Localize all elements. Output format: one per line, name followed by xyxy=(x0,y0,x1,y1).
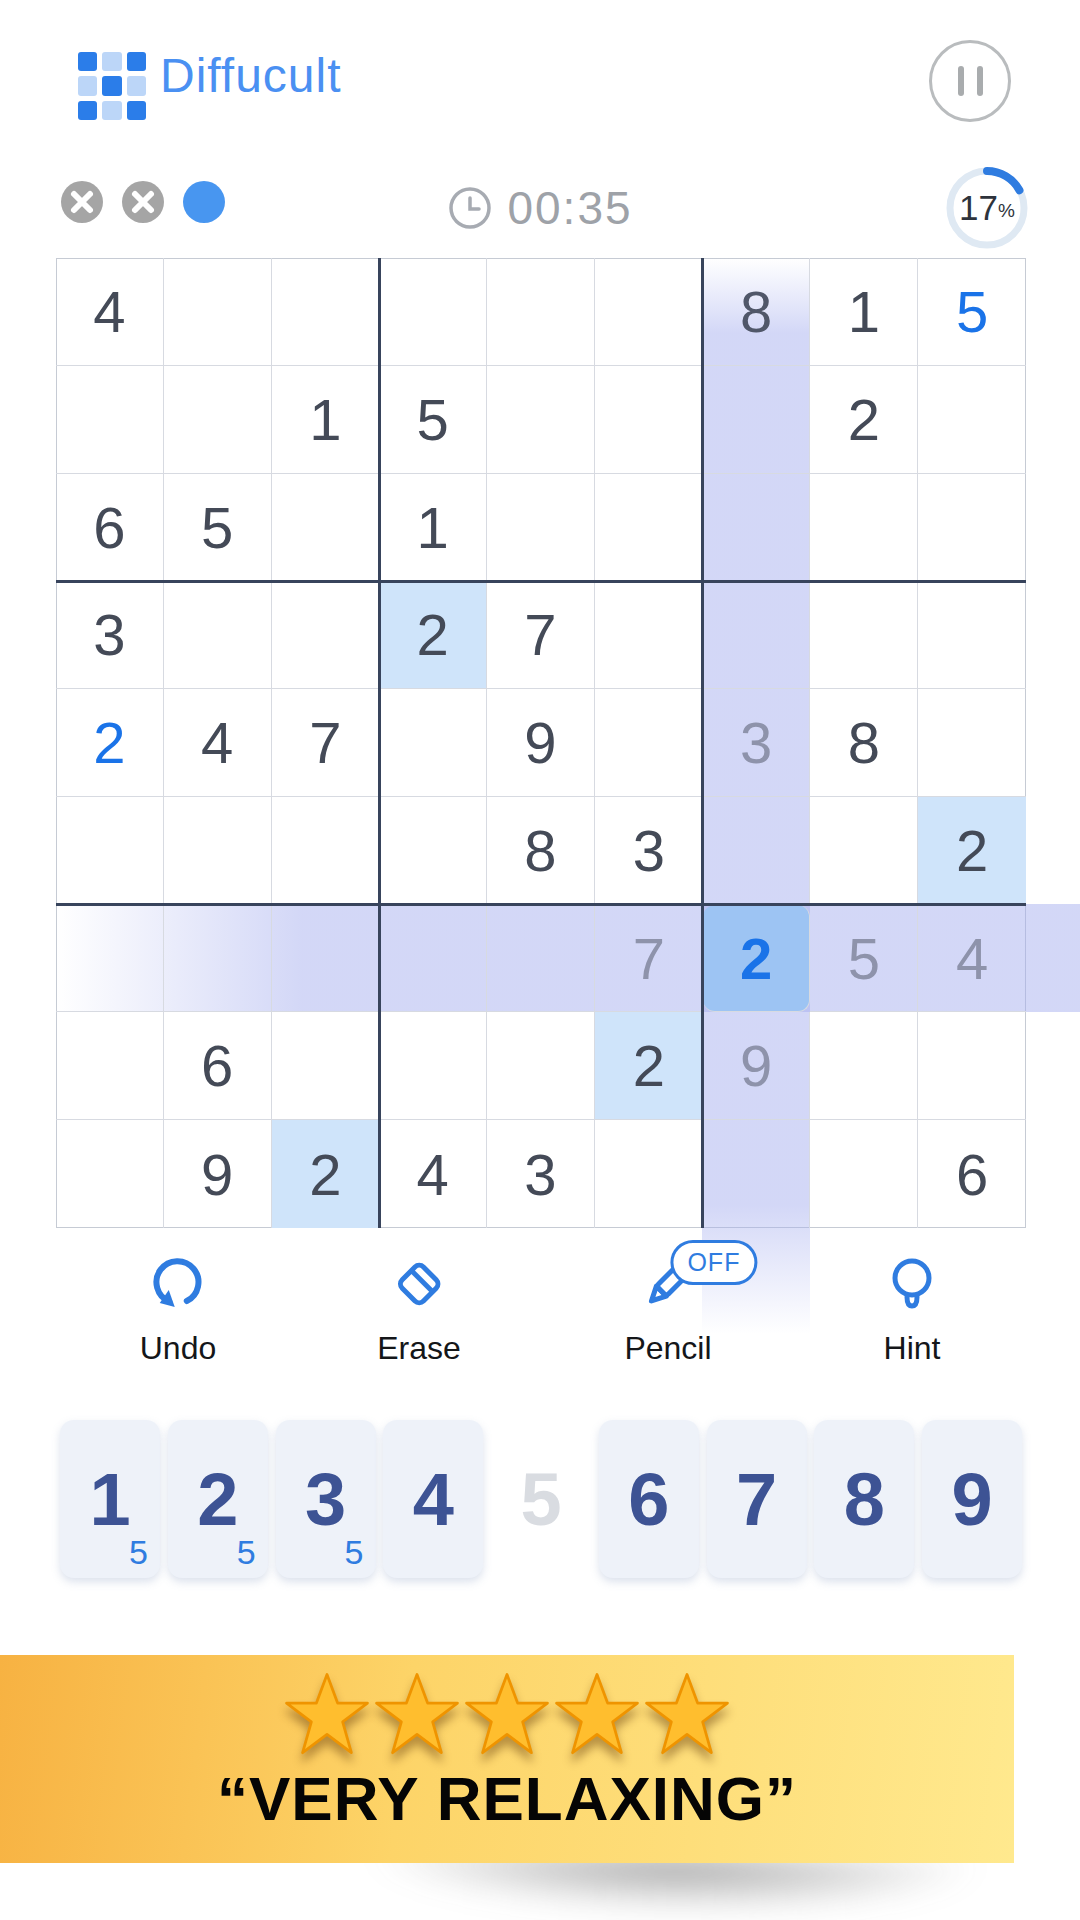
cell-r2c4[interactable]: 5 xyxy=(379,366,487,474)
erase-button[interactable]: Erase xyxy=(377,1252,461,1367)
cell-r5c7[interactable]: 3 xyxy=(703,689,811,797)
cell-r5c6[interactable] xyxy=(595,689,703,797)
cell-r3c4[interactable]: 1 xyxy=(379,474,487,582)
cell-r7c3[interactable] xyxy=(272,905,380,1013)
cell-r2c7[interactable] xyxy=(703,366,811,474)
cell-r7c5[interactable] xyxy=(487,905,595,1013)
pause-icon xyxy=(977,66,983,96)
pause-button[interactable] xyxy=(929,40,1011,122)
cell-r7c2[interactable] xyxy=(164,905,272,1013)
numpad-digit: 5 xyxy=(520,1457,561,1542)
sudoku-app-screen: Diffucult 00:35 17% 481515265132 xyxy=(0,0,1080,1920)
cell-r4c3[interactable] xyxy=(272,581,380,689)
numpad-key-5: 5 xyxy=(491,1420,591,1578)
cell-r4c5[interactable]: 7 xyxy=(487,581,595,689)
remaining-count-badge: 5 xyxy=(237,1533,256,1572)
cell-r1c1[interactable]: 4 xyxy=(56,258,164,366)
cell-r3c8[interactable] xyxy=(810,474,918,582)
cell-r2c9[interactable] xyxy=(918,366,1026,474)
cell-r6c1[interactable] xyxy=(56,797,164,905)
cell-r9c3[interactable]: 2 xyxy=(272,1120,380,1228)
cell-r9c2[interactable]: 9 xyxy=(164,1120,272,1228)
cell-r9c5[interactable]: 3 xyxy=(487,1120,595,1228)
cell-r1c9[interactable]: 5 xyxy=(918,258,1026,366)
cell-r9c1[interactable] xyxy=(56,1120,164,1228)
cell-r2c3[interactable]: 1 xyxy=(272,366,380,474)
remaining-count-badge: 5 xyxy=(345,1533,364,1572)
cell-r1c4[interactable] xyxy=(379,258,487,366)
star-icon xyxy=(281,1669,373,1761)
numpad-digit: 7 xyxy=(736,1457,777,1542)
review-quote: “VERY RELAXING” xyxy=(217,1763,797,1834)
cell-r2c2[interactable] xyxy=(164,366,272,474)
cell-r9c8[interactable] xyxy=(810,1120,918,1228)
cell-r1c8[interactable]: 1 xyxy=(810,258,918,366)
rating-stars xyxy=(282,1669,732,1761)
numpad-digit: 6 xyxy=(628,1457,669,1542)
hint-label: Hint xyxy=(884,1330,941,1367)
cell-r5c4[interactable] xyxy=(379,689,487,797)
cell-r9c4[interactable]: 4 xyxy=(379,1120,487,1228)
undo-label: Undo xyxy=(140,1330,217,1367)
timer: 00:35 xyxy=(0,181,1080,235)
numpad-key-4[interactable]: 4 xyxy=(383,1420,483,1578)
cell-r6c9[interactable]: 2 xyxy=(918,797,1026,905)
cell-r4c1[interactable]: 3 xyxy=(56,581,164,689)
star-icon xyxy=(371,1669,463,1761)
numpad-digit: 8 xyxy=(844,1457,885,1542)
cell-r7c9[interactable]: 4 xyxy=(918,905,1026,1013)
cell-r6c8[interactable] xyxy=(810,797,918,905)
numpad-digit: 2 xyxy=(197,1457,238,1542)
box-divider-vertical xyxy=(701,258,705,1228)
star-icon xyxy=(641,1669,733,1761)
cell-r6c7[interactable] xyxy=(703,797,811,905)
numpad-digit: 9 xyxy=(951,1457,992,1542)
cell-r7c6[interactable]: 7 xyxy=(595,905,703,1013)
hint-button[interactable]: Hint xyxy=(880,1252,944,1367)
timer-value: 00:35 xyxy=(507,181,632,235)
star-icon xyxy=(461,1669,553,1761)
cell-r2c1[interactable] xyxy=(56,366,164,474)
pencil-label: Pencil xyxy=(624,1330,711,1367)
numpad-key-8[interactable]: 8 xyxy=(814,1420,914,1578)
app-logo xyxy=(78,52,146,120)
cell-r3c2[interactable]: 5 xyxy=(164,474,272,582)
pencil-off-badge: OFF xyxy=(670,1240,757,1285)
cell-r8c3[interactable] xyxy=(272,1012,380,1120)
erase-icon xyxy=(387,1252,451,1316)
cell-r1c5[interactable] xyxy=(487,258,595,366)
cell-r7c4[interactable] xyxy=(379,905,487,1013)
cell-r3c3[interactable] xyxy=(272,474,380,582)
progress-unit: % xyxy=(998,200,1015,222)
cell-r8c8[interactable] xyxy=(810,1012,918,1120)
rating-banner: “VERY RELAXING” xyxy=(0,1655,1014,1863)
cell-r7c7[interactable]: 2 xyxy=(703,905,811,1013)
cell-r6c3[interactable] xyxy=(272,797,380,905)
cell-r2c6[interactable] xyxy=(595,366,703,474)
numpad-digit: 1 xyxy=(89,1457,130,1542)
numpad-digit: 4 xyxy=(413,1457,454,1542)
cell-r5c8[interactable]: 8 xyxy=(810,689,918,797)
sudoku-grid: 4815152651327247938832725462992436 xyxy=(56,258,1026,1228)
number-pad: 152535456789 xyxy=(60,1420,1022,1578)
cell-r3c9[interactable] xyxy=(918,474,1026,582)
cell-r6c2[interactable] xyxy=(164,797,272,905)
clock-icon xyxy=(447,185,493,231)
erase-label: Erase xyxy=(377,1330,461,1367)
cell-r5c5[interactable]: 9 xyxy=(487,689,595,797)
numpad-key-2[interactable]: 25 xyxy=(168,1420,268,1578)
hint-icon xyxy=(880,1252,944,1316)
cell-r2c5[interactable] xyxy=(487,366,595,474)
cell-r9c7[interactable] xyxy=(703,1120,811,1228)
cell-r5c9[interactable] xyxy=(918,689,1026,797)
numpad-key-9[interactable]: 9 xyxy=(922,1420,1022,1578)
cell-r6c6[interactable]: 3 xyxy=(595,797,703,905)
cell-r6c4[interactable] xyxy=(379,797,487,905)
toolbar: Undo Erase OFF Pencil xyxy=(0,1252,1080,1392)
cell-r1c7[interactable]: 8 xyxy=(703,258,811,366)
cell-r7c1[interactable] xyxy=(56,905,164,1013)
cell-r5c1[interactable]: 2 xyxy=(56,689,164,797)
cell-r8c4[interactable] xyxy=(379,1012,487,1120)
cell-r4c9[interactable] xyxy=(918,581,1026,689)
remaining-count-badge: 5 xyxy=(129,1533,148,1572)
pause-icon xyxy=(958,66,964,96)
numpad-key-7[interactable]: 7 xyxy=(707,1420,807,1578)
cell-r4c6[interactable] xyxy=(595,581,703,689)
cell-r6c5[interactable]: 8 xyxy=(487,797,595,905)
box-divider-vertical xyxy=(378,258,382,1228)
undo-icon xyxy=(146,1252,210,1316)
app-title: Diffucult xyxy=(160,48,342,103)
cell-r9c6[interactable] xyxy=(595,1120,703,1228)
cell-r5c2[interactable]: 4 xyxy=(164,689,272,797)
cell-r3c7[interactable] xyxy=(703,474,811,582)
progress-value: 17 xyxy=(959,188,998,228)
pencil-button[interactable]: OFF Pencil xyxy=(624,1252,711,1367)
cell-r4c7[interactable] xyxy=(703,581,811,689)
star-icon xyxy=(551,1669,643,1761)
cell-r1c3[interactable] xyxy=(272,258,380,366)
cell-r4c8[interactable] xyxy=(810,581,918,689)
cell-r8c6[interactable]: 2 xyxy=(595,1012,703,1120)
cell-r8c5[interactable] xyxy=(487,1012,595,1120)
numpad-key-3[interactable]: 35 xyxy=(276,1420,376,1578)
cell-r1c2[interactable] xyxy=(164,258,272,366)
box-divider-horizontal xyxy=(56,903,1026,907)
cell-r1c6[interactable] xyxy=(595,258,703,366)
numpad-key-1[interactable]: 15 xyxy=(60,1420,160,1578)
cell-r5c3[interactable]: 7 xyxy=(272,689,380,797)
numpad-digit: 3 xyxy=(305,1457,346,1542)
undo-button[interactable]: Undo xyxy=(140,1252,217,1367)
cell-r3c1[interactable]: 6 xyxy=(56,474,164,582)
cell-r3c5[interactable] xyxy=(487,474,595,582)
cell-r3c6[interactable] xyxy=(595,474,703,582)
numpad-key-6[interactable]: 6 xyxy=(599,1420,699,1578)
cell-r4c4[interactable]: 2 xyxy=(379,581,487,689)
progress-ring: 17% xyxy=(942,163,1032,253)
cell-r4c2[interactable] xyxy=(164,581,272,689)
cell-r9c9[interactable]: 6 xyxy=(918,1120,1026,1228)
cell-r8c1[interactable] xyxy=(56,1012,164,1120)
cell-r8c2[interactable]: 6 xyxy=(164,1012,272,1120)
cell-r8c9[interactable] xyxy=(918,1012,1026,1120)
cell-r2c8[interactable]: 2 xyxy=(810,366,918,474)
box-divider-horizontal xyxy=(56,580,1026,584)
cell-r7c8[interactable]: 5 xyxy=(810,905,918,1013)
cell-r8c7[interactable]: 9 xyxy=(703,1012,811,1120)
